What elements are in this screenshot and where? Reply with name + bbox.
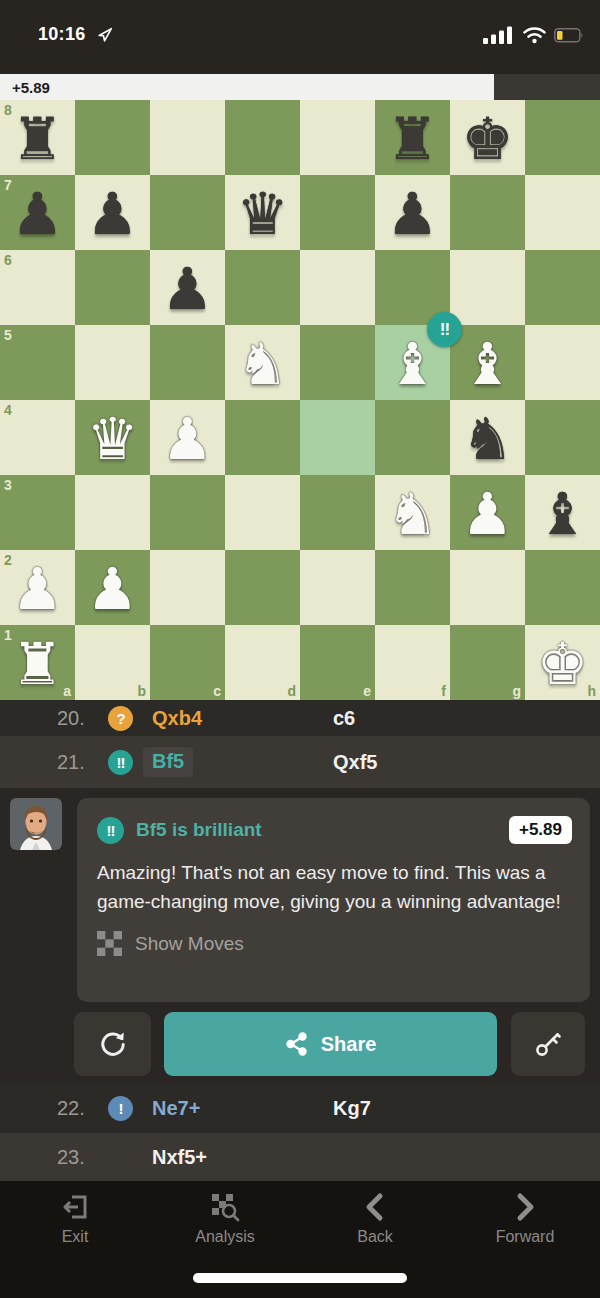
- square-h3[interactable]: ♝: [525, 475, 600, 550]
- retry-icon: [98, 1029, 128, 1059]
- rank-label: 2: [4, 552, 12, 568]
- square-f8[interactable]: ♜: [375, 100, 450, 175]
- square-e8[interactable]: [300, 100, 375, 175]
- square-f4[interactable]: [375, 400, 450, 475]
- analysis-icon: [150, 1190, 300, 1224]
- file-label: d: [287, 683, 296, 699]
- show-moves-label: Show Moves: [135, 933, 244, 955]
- square-a1[interactable]: 1a♜: [0, 625, 75, 700]
- rank-label: 7: [4, 177, 12, 193]
- square-e4[interactable]: [300, 400, 375, 475]
- square-g1[interactable]: g: [450, 625, 525, 700]
- black-rook: ♜: [375, 100, 450, 175]
- square-c7[interactable]: [150, 175, 225, 250]
- file-label: c: [213, 683, 221, 699]
- white-move[interactable]: Qxb4: [152, 707, 202, 730]
- square-e3[interactable]: [300, 475, 375, 550]
- square-e2[interactable]: [300, 550, 375, 625]
- show-moves-button[interactable]: Show Moves: [97, 931, 590, 956]
- share-button[interactable]: Share: [164, 1012, 497, 1076]
- square-f3[interactable]: ♞: [375, 475, 450, 550]
- square-c5[interactable]: [150, 325, 225, 400]
- white-move[interactable]: Nxf5+: [152, 1146, 207, 1169]
- great-move-icon: !: [108, 1096, 133, 1121]
- mistake-icon: ?: [108, 706, 133, 731]
- move-row-20[interactable]: 20. ? Qxb4 c6: [0, 700, 600, 736]
- status-icons: [483, 26, 584, 44]
- coach-avatar: [10, 798, 62, 850]
- rank-label: 6: [4, 252, 12, 268]
- square-d7[interactable]: ♛: [225, 175, 300, 250]
- chess-board: 8♜♜♚7♟♟♛♟6♟5♞♝!!♝4♛♟♞3♞♟♝2♟♟1a♜bcdefgh♚: [0, 100, 600, 700]
- action-buttons: Share: [0, 1012, 600, 1078]
- white-queen: ♛: [75, 400, 150, 475]
- clock: 10:16: [38, 24, 86, 45]
- square-h8[interactable]: [525, 100, 600, 175]
- black-bishop: ♝: [525, 475, 600, 550]
- square-g8[interactable]: ♚: [450, 100, 525, 175]
- file-label: a: [63, 683, 71, 699]
- black-move[interactable]: Qxf5: [333, 751, 377, 774]
- coach-comment-card: !! Bf5 is brilliant +5.89 Amazing! That'…: [77, 798, 590, 1002]
- file-label: e: [363, 683, 371, 699]
- square-c1[interactable]: c: [150, 625, 225, 700]
- square-b2[interactable]: ♟: [75, 550, 150, 625]
- rank-label: 8: [4, 102, 12, 118]
- mini-board-icon: [97, 931, 122, 956]
- square-e6[interactable]: [300, 250, 375, 325]
- brilliant-move-badge: !!: [427, 312, 462, 347]
- share-label: Share: [321, 1033, 377, 1056]
- status-bar: 10:16: [0, 0, 600, 74]
- home-indicator: [193, 1273, 407, 1283]
- move-number: 20.: [57, 707, 99, 730]
- square-d5[interactable]: ♞: [225, 325, 300, 400]
- key-button[interactable]: [511, 1012, 585, 1076]
- square-a5[interactable]: 5: [0, 325, 75, 400]
- square-b8[interactable]: [75, 100, 150, 175]
- file-label: h: [587, 683, 596, 699]
- evaluation-bar-white: +5.89: [0, 74, 494, 100]
- white-pawn: ♟: [150, 400, 225, 475]
- square-a8[interactable]: 8♜: [0, 100, 75, 175]
- square-f7[interactable]: ♟: [375, 175, 450, 250]
- square-b6[interactable]: [75, 250, 150, 325]
- square-h7[interactable]: [525, 175, 600, 250]
- bottom-nav: Exit Analysis Back Forward: [0, 1181, 600, 1298]
- square-d1[interactable]: d: [225, 625, 300, 700]
- square-d2[interactable]: [225, 550, 300, 625]
- white-pawn: ♟: [75, 550, 150, 625]
- black-pawn: ♟: [375, 175, 450, 250]
- brilliant-icon: !!: [97, 817, 124, 844]
- comment-body: Amazing! That's not an easy move to find…: [97, 858, 575, 916]
- square-h4[interactable]: [525, 400, 600, 475]
- retry-button[interactable]: [74, 1012, 151, 1076]
- square-b4[interactable]: ♛: [75, 400, 150, 475]
- square-a6[interactable]: 6: [0, 250, 75, 325]
- move-number: 22.: [57, 1097, 99, 1120]
- signal-icon: [483, 26, 515, 44]
- chevron-left-icon: [300, 1190, 450, 1224]
- square-g3[interactable]: ♟: [450, 475, 525, 550]
- rank-label: 3: [4, 477, 12, 493]
- move-row-22[interactable]: 22. ! Ne7+ Kg7: [0, 1083, 600, 1133]
- file-label: b: [137, 683, 146, 699]
- square-a3[interactable]: 3: [0, 475, 75, 550]
- square-h2[interactable]: [525, 550, 600, 625]
- square-g2[interactable]: [450, 550, 525, 625]
- square-c6[interactable]: ♟: [150, 250, 225, 325]
- comment-section: !! Bf5 is brilliant +5.89 Amazing! That'…: [0, 788, 600, 1083]
- chevron-right-icon: [450, 1190, 600, 1224]
- white-move-selected[interactable]: Bf5: [143, 747, 193, 777]
- black-queen: ♛: [225, 175, 300, 250]
- black-pawn: ♟: [150, 250, 225, 325]
- square-c4[interactable]: ♟: [150, 400, 225, 475]
- move-number: 21.: [57, 751, 99, 774]
- move-row-21[interactable]: 21. !! Bf5 Qxf5: [0, 736, 600, 788]
- share-icon: [285, 1032, 309, 1056]
- black-pawn: ♟: [75, 175, 150, 250]
- square-a2[interactable]: 2♟: [0, 550, 75, 625]
- square-a7[interactable]: 7♟: [0, 175, 75, 250]
- location-arrow-icon: [96, 26, 114, 48]
- forward-button[interactable]: Forward: [450, 1181, 600, 1298]
- black-move[interactable]: Kg7: [333, 1097, 371, 1120]
- wifi-icon: [522, 26, 547, 44]
- square-c2[interactable]: [150, 550, 225, 625]
- square-d8[interactable]: [225, 100, 300, 175]
- square-d6[interactable]: [225, 250, 300, 325]
- move-row-23[interactable]: 23. Nxf5+: [0, 1133, 600, 1181]
- exit-button[interactable]: Exit: [0, 1181, 150, 1298]
- square-c3[interactable]: [150, 475, 225, 550]
- file-label: g: [512, 683, 521, 699]
- white-bishop: ♝: [450, 325, 525, 400]
- square-e1[interactable]: e: [300, 625, 375, 700]
- square-g7[interactable]: [450, 175, 525, 250]
- square-h1[interactable]: h♚: [525, 625, 600, 700]
- file-label: f: [441, 683, 446, 699]
- comment-title: Bf5 is brilliant: [136, 819, 262, 841]
- square-d4[interactable]: [225, 400, 300, 475]
- evaluation-bar: +5.89: [0, 74, 600, 100]
- square-h6[interactable]: [525, 250, 600, 325]
- square-b3[interactable]: [75, 475, 150, 550]
- black-knight: ♞: [450, 400, 525, 475]
- square-h5[interactable]: [525, 325, 600, 400]
- exit-icon: [0, 1190, 150, 1224]
- brilliant-icon: !!: [108, 750, 133, 775]
- white-knight: ♞: [375, 475, 450, 550]
- rank-label: 4: [4, 402, 12, 418]
- white-move[interactable]: Ne7+: [152, 1097, 200, 1120]
- white-knight: ♞: [225, 325, 300, 400]
- evaluation-value: +5.89: [12, 79, 50, 96]
- key-icon: [534, 1030, 562, 1058]
- black-move[interactable]: c6: [333, 707, 355, 730]
- black-king: ♚: [450, 100, 525, 175]
- square-b5[interactable]: [75, 325, 150, 400]
- square-f2[interactable]: [375, 550, 450, 625]
- square-e7[interactable]: [300, 175, 375, 250]
- square-f1[interactable]: f: [375, 625, 450, 700]
- battery-icon: [554, 28, 584, 43]
- square-c8[interactable]: [150, 100, 225, 175]
- square-d3[interactable]: [225, 475, 300, 550]
- square-b7[interactable]: ♟: [75, 175, 150, 250]
- square-b1[interactable]: b: [75, 625, 150, 700]
- square-a4[interactable]: 4: [0, 400, 75, 475]
- square-g6[interactable]: [450, 250, 525, 325]
- square-f5[interactable]: ♝!!: [375, 325, 450, 400]
- white-pawn: ♟: [450, 475, 525, 550]
- eval-badge: +5.89: [509, 816, 572, 844]
- square-g5[interactable]: ♝: [450, 325, 525, 400]
- rank-label: 5: [4, 327, 12, 343]
- rank-label: 1: [4, 627, 12, 643]
- square-g4[interactable]: ♞: [450, 400, 525, 475]
- move-number: 23.: [57, 1146, 99, 1169]
- square-e5[interactable]: [300, 325, 375, 400]
- screen: 10:16 +5.89 8♜♜♚7♟♟♛♟6♟5♞♝!!♝4♛♟♞3♞♟♝2♟♟…: [0, 0, 600, 1298]
